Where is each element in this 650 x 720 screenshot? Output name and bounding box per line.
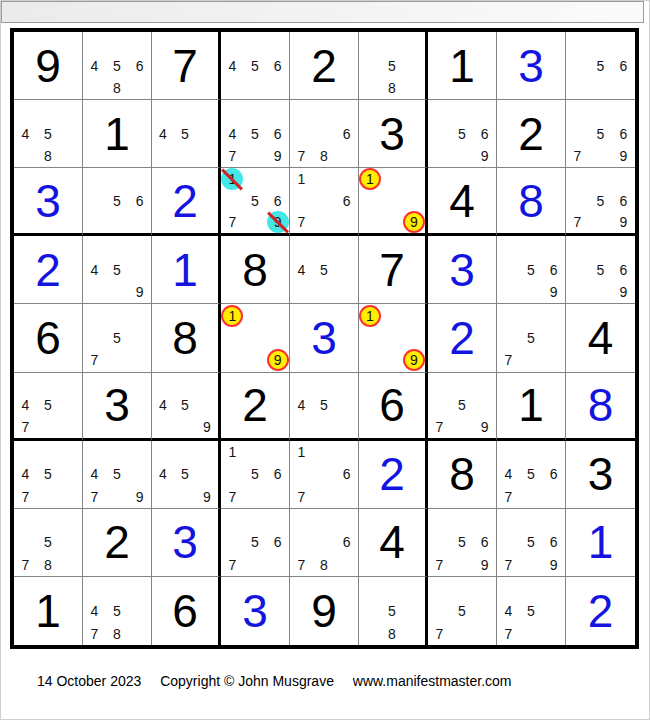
solved-digit: 2	[172, 178, 198, 224]
cell-r2c8[interactable]: 2	[497, 100, 566, 168]
given-digit: 4	[379, 519, 405, 565]
candidate-digit: 6	[136, 193, 144, 209]
cell-r6c5[interactable]: 45	[290, 373, 359, 441]
given-digit: 9	[35, 43, 61, 89]
cell-r1c9[interactable]: 56	[566, 32, 635, 100]
cell-r5c8[interactable]: 57	[497, 304, 566, 372]
candidate-digit: 4	[228, 126, 236, 142]
candidate-digit: 5	[458, 534, 466, 550]
solved-digit: 2	[35, 247, 61, 293]
candidate-7: 7	[221, 554, 244, 576]
candidate-digit: 6	[550, 534, 558, 550]
candidate-digit: 5	[113, 466, 121, 482]
highlighted-candidate-circle: 1	[359, 168, 381, 190]
given-digit: 6	[172, 588, 198, 634]
candidate-digit: 5	[251, 58, 259, 74]
candidate-digit: 6	[343, 126, 351, 142]
candidate-6: 6	[612, 259, 635, 281]
cell-r7c8[interactable]: 4567	[497, 441, 566, 509]
candidate-digit: 5	[527, 466, 535, 482]
cell-r2c1[interactable]: 458	[14, 100, 83, 168]
cell-r5c4[interactable]: 19	[221, 304, 290, 372]
candidate-digit: 8	[388, 626, 396, 642]
candidate-digit: 7	[435, 557, 443, 573]
cell-r3c7[interactable]: 4	[428, 168, 497, 236]
cell-r7c9[interactable]: 3	[566, 441, 635, 509]
candidate-7: 7	[290, 212, 313, 234]
candidate-4: 4	[497, 600, 520, 623]
given-digit: 6	[379, 382, 405, 428]
candidate-digit: 6	[550, 262, 558, 278]
candidate-4: 4	[290, 394, 313, 416]
candidate-digit: 5	[181, 397, 189, 413]
cell-r9c2[interactable]: 4578	[83, 577, 152, 645]
candidate-7: 7	[566, 145, 589, 167]
candidate-digit: 4	[21, 466, 29, 482]
cell-r2c7[interactable]: 569	[428, 100, 497, 168]
solved-digit: 2	[449, 315, 475, 361]
cell-r4c5[interactable]: 45	[290, 236, 359, 304]
candidate-digit: 7	[435, 419, 443, 435]
cell-r6c4[interactable]: 2	[221, 373, 290, 441]
given-digit: 2	[518, 111, 544, 157]
candidate-9: 9	[196, 485, 218, 507]
candidate-4: 4	[290, 259, 313, 281]
cell-r6c7[interactable]: 579	[428, 373, 497, 441]
candidate-digit: 4	[90, 58, 98, 74]
candidate-digit: 9	[550, 284, 558, 300]
candidate-7: 7	[290, 485, 313, 507]
candidate-digit: 5	[44, 126, 52, 142]
candidate-digit: 5	[113, 262, 121, 278]
candidate-digit: 7	[21, 489, 29, 505]
candidate-9: 9	[542, 281, 565, 303]
candidate-digit: 4	[90, 466, 98, 482]
given-digit: 3	[588, 451, 614, 497]
cell-r2c3[interactable]: 45	[152, 100, 221, 168]
cell-r5c2[interactable]: 57	[83, 304, 152, 372]
candidate-digit: 6	[481, 126, 489, 142]
cell-r6c2[interactable]: 3	[83, 373, 152, 441]
highlighted-candidate-circle: 9	[403, 211, 425, 233]
cell-r8c3[interactable]: 3	[152, 509, 221, 577]
candidate-digit: 5	[527, 603, 535, 619]
given-digit: 3	[379, 111, 405, 157]
candidate-5: 5	[589, 259, 612, 281]
candidate-digit: 8	[320, 148, 328, 164]
candidate-digit: 8	[113, 626, 121, 642]
candidate-7: 7	[566, 212, 589, 234]
candidate-4: 4	[14, 463, 37, 485]
candidate-digit: 5	[113, 193, 121, 209]
candidate-digit: 1	[297, 444, 305, 460]
candidate-digit: 4	[297, 397, 305, 413]
candidate-7: 7	[221, 485, 244, 507]
candidate-4: 4	[221, 122, 244, 144]
cell-r9c1[interactable]: 1	[14, 577, 83, 645]
cell-r1c5[interactable]: 2	[290, 32, 359, 100]
candidate-6: 6	[335, 463, 358, 485]
given-digit: 2	[242, 382, 268, 428]
window-top-bar	[1, 1, 644, 23]
candidate-digit: 5	[320, 262, 328, 278]
cell-r9c9[interactable]: 2	[566, 577, 635, 645]
cell-r7c6[interactable]: 2	[359, 441, 428, 509]
candidate-6: 6	[335, 531, 358, 553]
cell-r1c1[interactable]: 9	[14, 32, 83, 100]
cell-r2c5[interactable]: 678	[290, 100, 359, 168]
candidate-5: 5	[520, 259, 543, 281]
given-digit: 1	[104, 111, 130, 157]
candidate-digit: 5	[251, 466, 259, 482]
candidate-digit: 4	[504, 466, 512, 482]
candidate-6: 6	[612, 54, 635, 76]
cell-r1c8[interactable]: 3	[497, 32, 566, 100]
candidate-digit: 4	[90, 262, 98, 278]
candidate-digit: 9	[481, 148, 489, 164]
cell-r1c6[interactable]: 58	[359, 32, 428, 100]
candidate-digit: 7	[90, 489, 98, 505]
candidate-7: 7	[497, 554, 520, 576]
candidate-6: 6	[542, 463, 565, 485]
solved-digit: 3	[449, 247, 475, 293]
candidate-5: 5	[106, 190, 129, 212]
candidate-digit: 5	[527, 262, 535, 278]
candidate-8: 8	[381, 622, 403, 645]
candidate-digit: 4	[228, 58, 236, 74]
candidate-5: 5	[244, 531, 267, 553]
highlighted-candidate-circle: 9	[403, 349, 425, 371]
candidate-1: 1	[221, 304, 244, 326]
candidate-digit: 6	[136, 58, 144, 74]
candidate-digit: 7	[297, 489, 305, 505]
candidate-digit: 7	[21, 557, 29, 573]
cell-r5c6[interactable]: 19	[359, 304, 428, 372]
candidate-9: 9	[473, 416, 496, 438]
cell-r3c8[interactable]: 8	[497, 168, 566, 236]
candidate-digit: 5	[388, 603, 396, 619]
candidate-9: 9	[266, 212, 289, 234]
cell-r3c1[interactable]: 3	[14, 168, 83, 236]
sudoku-board: 9456874562581356458145456796783569256793…	[10, 28, 639, 649]
candidate-digit: 8	[44, 148, 52, 164]
candidate-7: 7	[83, 349, 106, 371]
candidate-5: 5	[106, 54, 129, 76]
cell-r4c1[interactable]: 2	[14, 236, 83, 304]
candidate-9: 9	[128, 485, 151, 507]
solved-digit: 2	[379, 451, 405, 497]
candidate-8: 8	[313, 554, 336, 576]
candidate-6: 6	[612, 122, 635, 144]
candidate-6: 6	[542, 259, 565, 281]
candidate-9: 9	[612, 145, 635, 167]
candidate-5: 5	[451, 394, 474, 416]
candidate-7: 7	[428, 416, 451, 438]
candidate-digit: 7	[504, 626, 512, 642]
candidate-digit: 9	[620, 214, 628, 230]
candidate-8: 8	[106, 622, 129, 645]
candidate-digit: 5	[527, 330, 535, 346]
candidate-7: 7	[497, 622, 520, 645]
candidate-6: 6	[128, 190, 151, 212]
candidate-5: 5	[451, 122, 474, 144]
cell-r6c9[interactable]: 8	[566, 373, 635, 441]
candidate-digit: 5	[320, 397, 328, 413]
candidate-6: 6	[335, 190, 358, 212]
candidate-digit: 7	[297, 557, 305, 573]
candidate-5: 5	[381, 600, 403, 623]
candidate-digit: 9	[620, 284, 628, 300]
cell-r7c2[interactable]: 4579	[83, 441, 152, 509]
solved-digit: 2	[588, 588, 614, 634]
candidate-digit: 5	[113, 330, 121, 346]
candidate-6: 6	[335, 122, 358, 144]
candidate-7: 7	[497, 349, 520, 371]
candidate-digit: 9	[203, 489, 211, 505]
candidate-5: 5	[244, 122, 267, 144]
cell-r8c1[interactable]: 578	[14, 509, 83, 577]
candidate-digit: 5	[44, 397, 52, 413]
candidate-digit: 4	[159, 397, 167, 413]
candidate-digit: 9	[481, 557, 489, 573]
cell-r2c6[interactable]: 3	[359, 100, 428, 168]
candidate-digit: 6	[274, 58, 282, 74]
cell-r8c8[interactable]: 5679	[497, 509, 566, 577]
cell-r9c7[interactable]: 57	[428, 577, 497, 645]
cell-r2c4[interactable]: 45679	[221, 100, 290, 168]
cell-r5c7[interactable]: 2	[428, 304, 497, 372]
cell-r6c3[interactable]: 459	[152, 373, 221, 441]
cell-r3c5[interactable]: 167	[290, 168, 359, 236]
cell-r7c5[interactable]: 167	[290, 441, 359, 509]
candidate-digit: 6	[620, 262, 628, 278]
candidate-4: 4	[14, 122, 37, 144]
candidate-digit: 7	[228, 489, 236, 505]
solved-digit: 3	[518, 43, 544, 89]
cell-r1c3[interactable]: 7	[152, 32, 221, 100]
candidate-digit: 9	[550, 557, 558, 573]
cell-r5c9[interactable]: 4	[566, 304, 635, 372]
cell-r8c6[interactable]: 4	[359, 509, 428, 577]
candidate-digit: 6	[274, 534, 282, 550]
candidate-digit: 6	[620, 193, 628, 209]
candidate-digit: 5	[597, 58, 605, 74]
candidate-5: 5	[313, 394, 336, 416]
given-digit: 7	[172, 43, 198, 89]
cell-r2c9[interactable]: 5679	[566, 100, 635, 168]
candidate-1: 1	[290, 168, 313, 190]
given-digit: 9	[311, 588, 337, 634]
footer-date: 14 October 2023	[37, 673, 141, 689]
candidate-1: 1	[359, 168, 381, 190]
cell-r4c9[interactable]: 569	[566, 236, 635, 304]
cell-r8c4[interactable]: 567	[221, 509, 290, 577]
cell-r1c4[interactable]: 456	[221, 32, 290, 100]
candidate-9: 9	[473, 145, 496, 167]
cell-r6c8[interactable]: 1	[497, 373, 566, 441]
candidate-digit: 7	[228, 214, 236, 230]
cell-r5c5[interactable]: 3	[290, 304, 359, 372]
candidate-1: 1	[290, 441, 313, 463]
given-digit: 2	[104, 519, 130, 565]
candidate-digit: 7	[90, 626, 98, 642]
cell-r4c2[interactable]: 459	[83, 236, 152, 304]
cell-r7c4[interactable]: 1567	[221, 441, 290, 509]
candidate-digit: 7	[228, 557, 236, 573]
highlighted-candidate-circle: 1	[359, 305, 381, 327]
candidate-6: 6	[266, 122, 289, 144]
candidate-9: 9	[266, 349, 289, 371]
candidate-digit: 5	[44, 534, 52, 550]
candidate-5: 5	[520, 327, 543, 349]
cell-r4c3[interactable]: 1	[152, 236, 221, 304]
candidate-digit: 7	[228, 148, 236, 164]
cell-r7c1[interactable]: 457	[14, 441, 83, 509]
candidate-digit: 4	[21, 397, 29, 413]
cell-r4c6[interactable]: 7	[359, 236, 428, 304]
candidate-5: 5	[520, 600, 543, 623]
candidate-digit: 5	[597, 193, 605, 209]
candidate-digit: 7	[504, 489, 512, 505]
candidate-7: 7	[221, 212, 244, 234]
candidate-digit: 7	[504, 352, 512, 368]
candidate-digit: 5	[458, 603, 466, 619]
cell-r7c3[interactable]: 459	[152, 441, 221, 509]
cell-r6c1[interactable]: 457	[14, 373, 83, 441]
eliminated-candidate-circle: 1	[221, 168, 243, 190]
cell-r5c3[interactable]: 8	[152, 304, 221, 372]
candidate-9: 9	[612, 281, 635, 303]
candidate-digit: 8	[44, 557, 52, 573]
solved-digit: 3	[242, 588, 268, 634]
candidate-5: 5	[451, 531, 474, 553]
candidate-9: 9	[403, 349, 425, 371]
cell-r2c2[interactable]: 1	[83, 100, 152, 168]
candidate-digit: 4	[21, 126, 29, 142]
cell-r9c6[interactable]: 58	[359, 577, 428, 645]
candidate-7: 7	[14, 554, 37, 576]
cell-r9c8[interactable]: 457	[497, 577, 566, 645]
cell-r6c6[interactable]: 6	[359, 373, 428, 441]
candidate-digit: 1	[297, 171, 305, 187]
cell-r3c3[interactable]: 2	[152, 168, 221, 236]
candidate-4: 4	[83, 463, 106, 485]
candidate-5: 5	[174, 394, 196, 416]
candidate-digit: 6	[481, 534, 489, 550]
solved-digit: 3	[311, 315, 337, 361]
candidate-5: 5	[174, 463, 196, 485]
candidate-8: 8	[106, 77, 129, 99]
cell-r8c7[interactable]: 5679	[428, 509, 497, 577]
candidate-1: 1	[221, 441, 244, 463]
cell-r9c3[interactable]: 6	[152, 577, 221, 645]
given-digit: 1	[518, 382, 544, 428]
candidate-7: 7	[83, 485, 106, 507]
cell-r7c7[interactable]: 8	[428, 441, 497, 509]
cell-r3c6[interactable]: 19	[359, 168, 428, 236]
cell-r9c5[interactable]: 9	[290, 577, 359, 645]
candidate-6: 6	[266, 463, 289, 485]
candidate-digit: 5	[251, 193, 259, 209]
given-digit: 1	[35, 588, 61, 634]
candidate-5: 5	[589, 190, 612, 212]
candidate-digit: 5	[251, 534, 259, 550]
candidate-digit: 4	[90, 603, 98, 619]
cell-r1c7[interactable]: 1	[428, 32, 497, 100]
candidate-4: 4	[83, 259, 106, 281]
candidate-4: 4	[83, 600, 106, 623]
candidate-digit: 5	[388, 58, 396, 74]
cell-r3c9[interactable]: 5679	[566, 168, 635, 236]
eliminated-candidate-circle: 9	[267, 211, 289, 233]
candidate-9: 9	[403, 212, 425, 234]
candidate-5: 5	[244, 54, 267, 76]
given-digit: 8	[242, 247, 268, 293]
candidate-5: 5	[37, 531, 60, 553]
cell-r9c4[interactable]: 3	[221, 577, 290, 645]
cell-r8c2[interactable]: 2	[83, 509, 152, 577]
candidate-7: 7	[14, 485, 37, 507]
candidate-8: 8	[37, 554, 60, 576]
candidate-6: 6	[612, 190, 635, 212]
candidate-6: 6	[266, 190, 289, 212]
given-digit: 7	[379, 247, 405, 293]
candidate-5: 5	[313, 259, 336, 281]
candidate-7: 7	[428, 622, 451, 645]
given-digit: 4	[449, 178, 475, 224]
candidate-1: 1	[359, 304, 381, 326]
cell-r5c1[interactable]: 6	[14, 304, 83, 372]
candidate-digit: 5	[251, 126, 259, 142]
candidate-4: 4	[152, 394, 174, 416]
cell-r4c8[interactable]: 569	[497, 236, 566, 304]
candidate-digit: 1	[228, 444, 236, 460]
candidate-digit: 5	[181, 126, 189, 142]
cell-r1c2[interactable]: 4568	[83, 32, 152, 100]
candidate-9: 9	[612, 212, 635, 234]
candidate-digit: 7	[297, 148, 305, 164]
candidate-6: 6	[473, 531, 496, 553]
candidate-6: 6	[266, 531, 289, 553]
candidate-digit: 4	[159, 466, 167, 482]
cell-r4c7[interactable]: 3	[428, 236, 497, 304]
candidate-8: 8	[381, 77, 403, 99]
candidate-digit: 6	[274, 193, 282, 209]
given-digit: 6	[35, 315, 61, 361]
candidate-7: 7	[221, 145, 244, 167]
candidate-5: 5	[37, 122, 60, 144]
candidate-digit: 6	[343, 534, 351, 550]
given-digit: 8	[172, 315, 198, 361]
given-digit: 3	[104, 382, 130, 428]
cell-r4c4[interactable]: 8	[221, 236, 290, 304]
candidate-7: 7	[497, 485, 520, 507]
candidate-5: 5	[106, 600, 129, 623]
candidate-4: 4	[497, 463, 520, 485]
candidate-4: 4	[152, 463, 174, 485]
candidate-digit: 4	[297, 262, 305, 278]
candidate-7: 7	[290, 554, 313, 576]
candidate-5: 5	[244, 463, 267, 485]
cell-r8c5[interactable]: 678	[290, 509, 359, 577]
candidate-digit: 9	[274, 148, 282, 164]
cell-r3c4[interactable]: 15679	[221, 168, 290, 236]
cell-r8c9[interactable]: 1	[566, 509, 635, 577]
candidate-digit: 4	[159, 126, 167, 142]
cell-r3c2[interactable]: 56	[83, 168, 152, 236]
candidate-digit: 8	[320, 557, 328, 573]
candidate-digit: 6	[620, 58, 628, 74]
